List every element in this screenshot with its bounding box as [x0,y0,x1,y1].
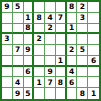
sudoku-cell-r7c2[interactable] [13,67,24,78]
sudoku-cell-r5c1[interactable] [2,45,13,56]
sudoku-cell-r2c6[interactable]: 7 [56,13,67,24]
sudoku-cell-r8c3[interactable] [24,77,35,88]
sudoku-cell-r2c4[interactable]: 8 [34,13,45,24]
sudoku-cell-r4c5[interactable] [45,34,56,45]
sudoku-cell-r7c8[interactable] [77,67,88,78]
sudoku-cell-r7c9[interactable] [88,67,99,78]
sudoku-cell-r4c3[interactable] [24,34,35,45]
sudoku-cell-r7c3[interactable]: 6 [24,67,35,78]
sudoku-cell-r1c2[interactable]: 5 [13,2,24,13]
sudoku-cell-r7c4[interactable] [34,67,45,78]
sudoku-cell-r2c7[interactable] [67,13,78,24]
sudoku-cell-r4c6[interactable] [56,34,67,45]
sudoku-cell-r1c3[interactable] [24,2,35,13]
sudoku-cell-r7c7[interactable]: 4 [67,67,78,78]
sudoku-cell-r8c5[interactable]: 7 [45,77,56,88]
sudoku-cell-r1c1[interactable]: 9 [2,2,13,13]
sudoku-cell-r9c4[interactable] [34,88,45,99]
sudoku-cell-r7c1[interactable] [2,67,13,78]
sudoku-cell-r6c5[interactable] [45,56,56,67]
sudoku-cell-r9c3[interactable]: 5 [24,88,35,99]
sudoku-cell-r3c4[interactable] [34,24,45,35]
sudoku-cell-r9c8[interactable]: 8 [77,88,88,99]
sudoku-cell-r3c1[interactable] [2,24,13,35]
sudoku-cell-r9c9[interactable]: 1 [88,88,99,99]
sudoku-cell-r5c4[interactable] [34,45,45,56]
sudoku-cell-r6c3[interactable] [24,56,35,67]
sudoku-cell-r5c7[interactable]: 2 [67,45,78,56]
sudoku-cell-r8c4[interactable]: 1 [34,77,45,88]
sudoku-cell-r5c8[interactable]: 5 [77,45,88,56]
sudoku-cell-r2c1[interactable] [2,13,13,24]
sudoku-cell-r1c8[interactable]: 2 [77,2,88,13]
sudoku-cell-r5c9[interactable] [88,45,99,56]
sudoku-cell-r6c1[interactable] [2,56,13,67]
sudoku-cell-r9c2[interactable]: 9 [13,88,24,99]
sudoku-cell-r3c8[interactable] [77,24,88,35]
sudoku-cell-r2c3[interactable]: 1 [24,13,35,24]
sudoku-cell-r3c5[interactable]: 2 [45,24,56,35]
sudoku-cell-r2c5[interactable]: 4 [45,13,56,24]
sudoku-cell-r2c8[interactable]: 3 [77,13,88,24]
sudoku-cell-r4c1[interactable]: 3 [2,34,13,45]
sudoku-cell-r8c7[interactable]: 6 [67,77,78,88]
sudoku-cell-r6c8[interactable] [77,56,88,67]
sudoku-cell-r5c6[interactable] [56,45,67,56]
sudoku-cell-r3c7[interactable]: 1 [67,24,78,35]
sudoku-cell-r5c3[interactable]: 9 [24,45,35,56]
sudoku-cell-r3c6[interactable] [56,24,67,35]
sudoku-cell-r6c2[interactable] [13,56,24,67]
sudoku-cell-r8c2[interactable]: 4 [13,77,24,88]
sudoku-cell-r8c6[interactable]: 8 [56,77,67,88]
sudoku-cell-r3c2[interactable] [13,24,24,35]
sudoku-cell-r9c1[interactable] [2,88,13,99]
sudoku-cell-r1c5[interactable] [45,2,56,13]
sudoku-cell-r9c7[interactable] [67,88,78,99]
sudoku-cell-r7c6[interactable] [56,67,67,78]
sudoku-cell-r5c2[interactable]: 7 [13,45,24,56]
sudoku-cell-r3c9[interactable] [88,24,99,35]
sudoku-cell-r6c7[interactable] [67,56,78,67]
sudoku-cell-r4c4[interactable]: 2 [34,34,45,45]
sudoku-cell-r8c1[interactable] [2,77,13,88]
sudoku-cell-r6c6[interactable]: 1 [56,56,67,67]
sudoku-cell-r8c8[interactable] [77,77,88,88]
sudoku-cell-r1c7[interactable]: 8 [67,2,78,13]
sudoku-cell-r8c9[interactable] [88,77,99,88]
sudoku-cell-r9c6[interactable] [56,88,67,99]
sudoku-cell-r2c9[interactable] [88,13,99,24]
sudoku-cell-r1c4[interactable] [34,2,45,13]
sudoku-cell-r6c9[interactable]: 6 [88,56,99,67]
sudoku-cell-r4c7[interactable] [67,34,78,45]
sudoku-board: 95821847382132792516694417869581 [0,0,101,101]
sudoku-cell-r2c2[interactable] [13,13,24,24]
sudoku-cell-r4c9[interactable] [88,34,99,45]
sudoku-cell-r3c3[interactable]: 8 [24,24,35,35]
sudoku-cell-r4c8[interactable] [77,34,88,45]
sudoku-cell-r6c4[interactable] [34,56,45,67]
sudoku-cell-r9c5[interactable] [45,88,56,99]
sudoku-cell-r5c5[interactable] [45,45,56,56]
sudoku-cell-r1c6[interactable] [56,2,67,13]
sudoku-cell-r4c2[interactable] [13,34,24,45]
sudoku-cell-r1c9[interactable] [88,2,99,13]
sudoku-cell-r7c5[interactable]: 9 [45,67,56,78]
